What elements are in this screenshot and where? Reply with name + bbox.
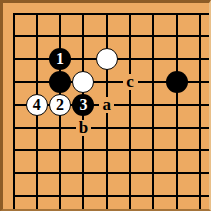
grid-line-vertical (129, 13, 131, 210)
stone-white-e17[interactable] (96, 48, 118, 70)
go-board-diagram: acb1423 (0, 0, 211, 211)
stone-black-c16[interactable] (49, 71, 71, 93)
grid-line-horizontal (13, 195, 210, 197)
grid-line-vertical (152, 13, 154, 210)
grid-line-vertical (176, 13, 178, 210)
marker-b[interactable]: b (76, 120, 91, 136)
grid-line-vertical (13, 13, 15, 210)
marker-c[interactable]: c (123, 74, 138, 90)
stone-white-b15-move-4[interactable]: 4 (26, 94, 48, 116)
grid-line-horizontal (13, 127, 210, 129)
grid-line-horizontal (13, 35, 210, 37)
grid-line-vertical (199, 13, 201, 210)
stone-white-c15-move-2[interactable]: 2 (49, 94, 71, 116)
stone-black-h16[interactable] (166, 71, 188, 93)
grid-line-horizontal (13, 13, 210, 15)
grid-line-horizontal (13, 172, 210, 174)
grid-line-horizontal (13, 149, 210, 151)
marker-a[interactable]: a (99, 97, 114, 113)
stone-black-d15-move-3[interactable]: 3 (72, 94, 94, 116)
